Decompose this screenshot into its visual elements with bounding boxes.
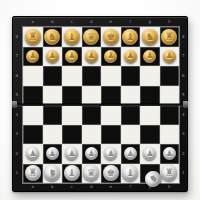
piece-silver-pawn[interactable]: ♟	[104, 147, 117, 160]
square-a8[interactable]: ♜	[23, 27, 43, 47]
piece-silver-bishop[interactable]: ♝	[64, 165, 80, 181]
piece-gold-knight[interactable]: ♞	[44, 29, 60, 45]
piece-silver-rook[interactable]: ♜	[161, 165, 177, 181]
piece-gold-pawn[interactable]: ♟	[65, 50, 78, 63]
piece-gold-pawn[interactable]: ♟	[26, 50, 39, 63]
square-e8[interactable]: ♚	[101, 27, 121, 47]
product-photo: abcdefgh abcdefgh 87654321 87654321 ♜♞♝♛…	[0, 0, 200, 200]
square-h4[interactable]	[160, 105, 180, 125]
square-d3[interactable]	[82, 125, 102, 145]
square-d4[interactable]	[82, 105, 102, 125]
knight-icon: ♞	[145, 32, 154, 42]
square-a3[interactable]	[23, 125, 43, 145]
square-c3[interactable]	[62, 125, 82, 145]
piece-gold-pawn[interactable]: ♟	[143, 50, 156, 63]
square-d8[interactable]: ♛	[82, 27, 102, 47]
file-label-bottom-f: f	[121, 185, 141, 189]
file-label-top-e: e	[101, 20, 121, 24]
file-label-bottom-b: b	[43, 185, 63, 189]
pawn-icon: ♟	[166, 150, 173, 158]
file-label-bottom-a: a	[23, 185, 43, 189]
piece-gold-pawn[interactable]: ♟	[124, 50, 137, 63]
square-a6[interactable]	[23, 66, 43, 86]
piece-gold-pawn[interactable]: ♟	[104, 50, 117, 63]
square-e5[interactable]	[101, 86, 121, 106]
square-e1[interactable]: ♚	[101, 164, 121, 184]
rank-label-left-1: 1	[16, 164, 19, 184]
square-g8[interactable]: ♞	[140, 27, 160, 47]
pawn-icon: ♟	[107, 52, 114, 60]
piece-silver-pawn[interactable]: ♟	[46, 147, 59, 160]
file-label-bottom-d: d	[82, 185, 102, 189]
pawn-icon: ♟	[127, 52, 134, 60]
square-d6[interactable]	[82, 66, 102, 86]
piece-silver-pawn[interactable]: ♟	[143, 147, 156, 160]
pawn-icon: ♟	[88, 150, 95, 158]
piece-gold-bishop[interactable]: ♝	[64, 29, 80, 45]
piece-gold-pawn[interactable]: ♟	[85, 50, 98, 63]
bishop-icon: ♝	[67, 168, 76, 178]
piece-gold-knight[interactable]: ♞	[142, 29, 158, 45]
rank-label-right-2: 2	[182, 144, 185, 164]
rank-label-left-6: 6	[16, 66, 19, 86]
square-d7[interactable]: ♟	[82, 47, 102, 67]
square-d5[interactable]	[82, 86, 102, 106]
piece-silver-pawn[interactable]: ♟	[124, 147, 137, 160]
square-f6[interactable]	[121, 66, 141, 86]
square-c1[interactable]: ♝	[62, 164, 82, 184]
square-h8[interactable]: ♜	[160, 27, 180, 47]
piece-silver-king[interactable]: ♚	[103, 165, 119, 181]
rank-label-right-8: 8	[182, 27, 185, 47]
piece-gold-pawn[interactable]: ♟	[163, 50, 176, 63]
knight-icon: ♞	[48, 32, 57, 42]
square-c6[interactable]	[62, 66, 82, 86]
square-b5[interactable]	[43, 86, 63, 106]
pawn-icon: ♟	[88, 52, 95, 60]
file-label-top-c: c	[62, 20, 82, 24]
rank-label-right-3: 3	[182, 125, 185, 145]
rank-label-right-1: 1	[182, 164, 185, 184]
square-f1[interactable]: ♝	[121, 164, 141, 184]
square-h3[interactable]	[160, 125, 180, 145]
square-c5[interactable]	[62, 86, 82, 106]
square-b8[interactable]: ♞	[43, 27, 63, 47]
square-g3[interactable]	[140, 125, 160, 145]
hinge-left	[12, 101, 17, 108]
rook-icon: ♜	[165, 168, 174, 178]
file-label-top-b: b	[43, 20, 63, 24]
square-c7[interactable]: ♟	[62, 47, 82, 67]
piece-silver-pawn[interactable]: ♟	[85, 147, 98, 160]
square-a2[interactable]: ♟	[23, 144, 43, 164]
square-g7[interactable]: ♟	[140, 47, 160, 67]
pawn-icon: ♟	[68, 52, 75, 60]
square-h1[interactable]: ♜	[160, 164, 180, 184]
king-icon: ♚	[106, 168, 115, 178]
square-a1[interactable]: ♜	[23, 164, 43, 184]
square-c2[interactable]: ♟	[62, 144, 82, 164]
file-label-top-a: a	[23, 20, 43, 24]
square-g1[interactable]: ♞	[140, 164, 160, 184]
square-f2[interactable]: ♟	[121, 144, 141, 164]
square-c4[interactable]	[62, 105, 82, 125]
square-g5[interactable]	[140, 86, 160, 106]
knight-icon: ♞	[147, 173, 159, 185]
rook-icon: ♜	[28, 168, 37, 178]
square-b6[interactable]	[43, 66, 63, 86]
square-f7[interactable]: ♟	[121, 47, 141, 67]
piece-silver-rook[interactable]: ♜	[25, 165, 41, 181]
square-g4[interactable]	[140, 105, 160, 125]
file-label-bottom-c: c	[62, 185, 82, 189]
chess-board: abcdefgh abcdefgh 87654321 87654321 ♜♞♝♛…	[12, 16, 188, 192]
square-e4[interactable]	[101, 105, 121, 125]
square-c8[interactable]: ♝	[62, 27, 82, 47]
piece-silver-queen[interactable]: ♛	[83, 165, 99, 181]
square-g6[interactable]	[140, 66, 160, 86]
bishop-icon: ♝	[126, 32, 135, 42]
piece-gold-rook[interactable]: ♜	[161, 29, 177, 45]
square-b3[interactable]	[43, 125, 63, 145]
square-f5[interactable]	[121, 86, 141, 106]
piece-silver-pawn[interactable]: ♟	[26, 147, 39, 160]
rank-label-right-6: 6	[182, 66, 185, 86]
square-f3[interactable]	[121, 125, 141, 145]
square-b7[interactable]: ♟	[43, 47, 63, 67]
square-a7[interactable]: ♟	[23, 47, 43, 67]
square-a5[interactable]	[23, 86, 43, 106]
piece-silver-knight[interactable]: ♞	[44, 165, 60, 181]
file-label-bottom-h: h	[160, 185, 180, 189]
piece-gold-queen[interactable]: ♛	[83, 29, 99, 45]
square-b4[interactable]	[43, 105, 63, 125]
pawn-icon: ♟	[68, 150, 75, 158]
rank-label-right-7: 7	[182, 47, 185, 67]
rank-label-left-2: 2	[16, 144, 19, 164]
pawn-icon: ♟	[49, 150, 56, 158]
file-label-top-f: f	[121, 20, 141, 24]
rank-label-left-7: 7	[16, 47, 19, 67]
pawn-icon: ♟	[49, 52, 56, 60]
pawn-icon: ♟	[29, 52, 36, 60]
queen-icon: ♛	[87, 168, 96, 178]
pawn-icon: ♟	[146, 150, 153, 158]
file-label-top-d: d	[82, 20, 102, 24]
knight-icon: ♞	[47, 167, 58, 179]
piece-gold-bishop[interactable]: ♝	[122, 29, 138, 45]
square-e6[interactable]	[101, 66, 121, 86]
square-d2[interactable]: ♟	[82, 144, 102, 164]
pawn-icon: ♟	[146, 52, 153, 60]
square-b2[interactable]: ♟	[43, 144, 63, 164]
square-f8[interactable]: ♝	[121, 27, 141, 47]
square-h5[interactable]	[160, 86, 180, 106]
piece-gold-king[interactable]: ♚	[103, 29, 119, 45]
pawn-icon: ♟	[166, 52, 173, 60]
piece-gold-pawn[interactable]: ♟	[46, 50, 59, 63]
hinge-seam	[13, 104, 187, 106]
square-e7[interactable]: ♟	[101, 47, 121, 67]
square-e2[interactable]: ♟	[101, 144, 121, 164]
square-e3[interactable]	[101, 125, 121, 145]
piece-silver-bishop[interactable]: ♝	[122, 165, 138, 181]
square-f4[interactable]	[121, 105, 141, 125]
file-label-bottom-e: e	[101, 185, 121, 189]
square-h2[interactable]: ♟	[160, 144, 180, 164]
file-label-top-h: h	[160, 20, 180, 24]
square-a4[interactable]	[23, 105, 43, 125]
square-g2[interactable]: ♟	[140, 144, 160, 164]
square-d1[interactable]: ♛	[82, 164, 102, 184]
bishop-icon: ♝	[67, 32, 76, 42]
square-h7[interactable]: ♟	[160, 47, 180, 67]
pawn-icon: ♟	[127, 150, 134, 158]
king-icon: ♚	[106, 32, 115, 42]
piece-silver-pawn[interactable]: ♟	[65, 147, 78, 160]
square-b1[interactable]: ♞	[43, 164, 63, 184]
rook-icon: ♜	[165, 32, 174, 42]
hinge-right	[183, 101, 188, 108]
file-labels-top: abcdefgh	[23, 20, 179, 24]
piece-gold-rook[interactable]: ♜	[25, 29, 41, 45]
pawn-icon: ♟	[107, 150, 114, 158]
rank-label-left-3: 3	[16, 125, 19, 145]
pawn-icon: ♟	[29, 150, 36, 158]
bishop-icon: ♝	[126, 168, 135, 178]
rook-icon: ♜	[28, 32, 37, 42]
piece-silver-pawn[interactable]: ♟	[163, 147, 176, 160]
queen-icon: ♛	[87, 32, 96, 42]
square-h6[interactable]	[160, 66, 180, 86]
rank-label-left-8: 8	[16, 27, 19, 47]
file-label-top-g: g	[140, 20, 160, 24]
